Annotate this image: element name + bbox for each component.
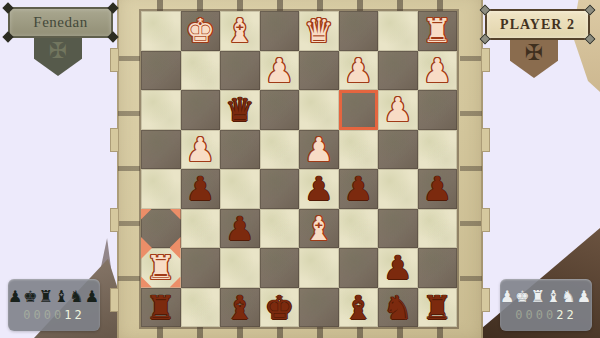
square-f6[interactable]: ♟ [220,209,260,249]
captured-pieces-icons: ♟♚♜♝♞♟ [8,288,100,306]
square-c2[interactable]: ♟ [339,51,379,91]
square-h8[interactable]: ♜ [141,288,181,328]
player2-score-counter: 000022 [515,308,576,322]
frame-tab [481,288,490,312]
square-c3[interactable] [339,90,379,130]
black-P-piece-d5[interactable]: ♟ [299,169,339,209]
square-a3[interactable] [418,90,458,130]
square-d6[interactable]: ♝ [299,209,339,249]
square-g7[interactable] [181,248,221,288]
black-K-piece-e8[interactable]: ♚ [260,288,300,328]
player1-captures-tray: ♟♚♜♝♞♟ 000012 [8,279,100,331]
black-B-piece-c8[interactable]: ♝ [339,288,379,328]
square-c1[interactable] [339,11,379,51]
white-B-piece-f1[interactable]: ♝ [220,11,260,51]
square-h5[interactable] [141,169,181,209]
square-g6[interactable] [181,209,221,249]
white-B-piece-d6[interactable]: ♝ [299,209,339,249]
player2-captures-tray: ♟♚♜♝♞♟ 000022 [500,279,592,331]
square-a6[interactable] [418,209,458,249]
stud-icon [584,4,595,15]
square-g3[interactable] [181,90,221,130]
white-R-piece-a1[interactable]: ♜ [418,11,458,51]
square-c6[interactable] [339,209,379,249]
frame-tab [110,288,119,312]
square-a5[interactable]: ♟ [418,169,458,209]
square-a7[interactable] [418,248,458,288]
white-R-piece-h7[interactable]: ♜ [141,248,181,288]
stud-icon [584,33,595,44]
black-P-piece-f6[interactable]: ♟ [220,209,260,249]
square-g1[interactable]: ♚ [181,11,221,51]
square-e1[interactable] [260,11,300,51]
black-R-piece-h8[interactable]: ♜ [141,288,181,328]
white-K-piece-g1[interactable]: ♚ [181,11,221,51]
black-P-piece-b7[interactable]: ♟ [378,248,418,288]
square-h4[interactable] [141,130,181,170]
square-a2[interactable]: ♟ [418,51,458,91]
stud-icon [2,2,13,13]
black-Q-piece-f3[interactable]: ♛ [220,90,260,130]
black-P-piece-a5[interactable]: ♟ [418,169,458,209]
square-f4[interactable] [220,130,260,170]
square-c7[interactable] [339,248,379,288]
square-e3[interactable] [260,90,300,130]
square-b2[interactable] [378,51,418,91]
white-Q-piece-d1[interactable]: ♛ [299,11,339,51]
black-N-piece-b8[interactable]: ♞ [378,288,418,328]
square-g4[interactable]: ♟ [181,130,221,170]
square-f5[interactable] [220,169,260,209]
square-e4[interactable] [260,130,300,170]
black-P-piece-g5[interactable]: ♟ [181,169,221,209]
square-b6[interactable] [378,209,418,249]
square-c8[interactable]: ♝ [339,288,379,328]
square-g5[interactable]: ♟ [181,169,221,209]
frame-tab [481,208,490,232]
frame-blocks-left [118,6,140,328]
player1-name: Fenedan [33,14,87,31]
square-e5[interactable] [260,169,300,209]
cross-pattee-icon: ✠ [49,38,67,63]
white-P-piece-d4[interactable]: ♟ [299,130,339,170]
square-c4[interactable] [339,130,379,170]
square-g2[interactable] [181,51,221,91]
square-h1[interactable] [141,11,181,51]
square-d3[interactable] [299,90,339,130]
square-e8[interactable]: ♚ [260,288,300,328]
square-a1[interactable]: ♜ [418,11,458,51]
black-B-piece-f8[interactable]: ♝ [220,288,260,328]
square-a8[interactable]: ♜ [418,288,458,328]
square-d4[interactable]: ♟ [299,130,339,170]
highlight-c3 [339,90,379,130]
square-d2[interactable] [299,51,339,91]
captured-pieces-icons: ♟♚♜♝♞♟ [500,288,592,306]
frame-tab [481,48,490,72]
cross-pattee-icon: ✠ [525,40,543,65]
white-P-piece-e2[interactable]: ♟ [260,51,300,91]
player2-nameplate: PLAYER 2 [485,9,590,40]
frame-tab [110,128,119,152]
board: ♚♝♛♜♟♟♟♛♟♟♟♟♟♟♟♟♝♜♟♜♝♚♝♞♜ [141,11,457,327]
square-f8[interactable]: ♝ [220,288,260,328]
square-e6[interactable] [260,209,300,249]
frame-blocks-right [460,6,482,328]
frame-blocks-top [123,0,477,11]
highlight-h6 [141,209,181,249]
square-h3[interactable] [141,90,181,130]
black-P-piece-c5[interactable]: ♟ [339,169,379,209]
square-b8[interactable]: ♞ [378,288,418,328]
square-h2[interactable] [141,51,181,91]
square-b7[interactable]: ♟ [378,248,418,288]
player1-score-counter: 000012 [23,308,84,322]
square-e7[interactable] [260,248,300,288]
frame-tab [481,128,490,152]
square-h7[interactable]: ♜ [141,248,181,288]
stud-icon [2,31,13,42]
square-f2[interactable] [220,51,260,91]
square-a4[interactable] [418,130,458,170]
player1-nameplate: Fenedan [8,7,113,38]
square-b5[interactable] [378,169,418,209]
black-R-piece-a8[interactable]: ♜ [418,288,458,328]
square-b3[interactable]: ♟ [378,90,418,130]
square-e2[interactable]: ♟ [260,51,300,91]
frame-tab [110,208,119,232]
player2-name: PLAYER 2 [500,17,575,33]
square-f3[interactable]: ♛ [220,90,260,130]
square-b1[interactable] [378,11,418,51]
frame-tab [110,48,119,72]
white-P-piece-g4[interactable]: ♟ [181,130,221,170]
square-d7[interactable] [299,248,339,288]
square-b4[interactable] [378,130,418,170]
white-P-piece-a2[interactable]: ♟ [418,51,458,91]
white-P-piece-b3[interactable]: ♟ [378,90,418,130]
square-d5[interactable]: ♟ [299,169,339,209]
square-d1[interactable]: ♛ [299,11,339,51]
white-P-piece-c2[interactable]: ♟ [339,51,379,91]
square-g8[interactable] [181,288,221,328]
square-d8[interactable] [299,288,339,328]
game-scene: ♚♝♛♜♟♟♟♛♟♟♟♟♟♟♟♟♝♜♟♜♝♚♝♞♜ ✠ Fenedan ✠ PL… [0,0,600,338]
square-f7[interactable] [220,248,260,288]
square-f1[interactable]: ♝ [220,11,260,51]
square-h6[interactable] [141,209,181,249]
square-c5[interactable]: ♟ [339,169,379,209]
